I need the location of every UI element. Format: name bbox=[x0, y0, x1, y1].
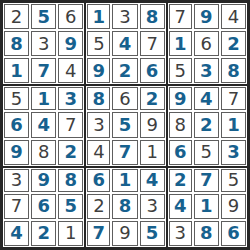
cell-r7c3[interactable]: 8 bbox=[57, 166, 84, 193]
entry-digit: 8 bbox=[87, 87, 110, 110]
entry-digit: 1 bbox=[194, 194, 219, 219]
given-digit: 6 bbox=[194, 31, 219, 56]
entry-digit: 3 bbox=[194, 58, 219, 83]
cell-r8c3[interactable]: 5 bbox=[57, 193, 84, 220]
cell-r9c7[interactable]: 3 bbox=[166, 220, 193, 247]
cell-r2c1[interactable]: 8 bbox=[3, 30, 30, 57]
cell-r6c6[interactable]: 1 bbox=[139, 139, 166, 166]
given-digit: 2 bbox=[87, 194, 110, 219]
cell-r3c3[interactable]: 4 bbox=[57, 57, 84, 84]
cell-r3c5[interactable]: 2 bbox=[111, 57, 138, 84]
cell-r7c9[interactable]: 5 bbox=[220, 166, 247, 193]
cell-r8c5[interactable]: 8 bbox=[111, 193, 138, 220]
cell-r6c2[interactable]: 8 bbox=[30, 139, 57, 166]
cell-r1c1[interactable]: 2 bbox=[3, 3, 30, 30]
cell-r9c6[interactable]: 5 bbox=[139, 220, 166, 247]
entry-digit: 1 bbox=[221, 112, 246, 137]
given-digit: 5 bbox=[194, 140, 219, 165]
entry-digit: 8 bbox=[112, 194, 137, 219]
cell-r9c3[interactable]: 1 bbox=[57, 220, 84, 247]
entry-digit: 6 bbox=[31, 194, 56, 219]
entry-digit: 3 bbox=[58, 87, 83, 110]
entry-digit: 6 bbox=[87, 169, 110, 192]
cell-r4c6[interactable]: 2 bbox=[139, 84, 166, 111]
cell-r6c1[interactable]: 9 bbox=[3, 139, 30, 166]
cell-r2c5[interactable]: 4 bbox=[111, 30, 138, 57]
cell-r1c4[interactable]: 1 bbox=[84, 3, 111, 30]
cell-r3c2[interactable]: 7 bbox=[30, 57, 57, 84]
given-digit: 3 bbox=[4, 169, 29, 192]
entry-digit: 4 bbox=[31, 112, 56, 137]
entry-digit: 4 bbox=[112, 31, 137, 56]
cell-r4c7[interactable]: 9 bbox=[166, 84, 193, 111]
cell-r3c4[interactable]: 9 bbox=[84, 57, 111, 84]
cell-r4c9[interactable]: 7 bbox=[220, 84, 247, 111]
given-digit: 8 bbox=[31, 140, 56, 165]
cell-r6c4[interactable]: 4 bbox=[84, 139, 111, 166]
entry-digit: 2 bbox=[221, 31, 246, 56]
cell-r5c3[interactable]: 7 bbox=[57, 111, 84, 138]
cell-r3c7[interactable]: 5 bbox=[166, 57, 193, 84]
cell-r6c8[interactable]: 5 bbox=[193, 139, 220, 166]
cell-r1c3[interactable]: 6 bbox=[57, 3, 84, 30]
given-digit: 9 bbox=[140, 112, 165, 137]
cell-r6c9[interactable]: 3 bbox=[220, 139, 247, 166]
cell-r5c7[interactable]: 8 bbox=[166, 111, 193, 138]
cell-r5c5[interactable]: 5 bbox=[111, 111, 138, 138]
cell-r4c4[interactable]: 8 bbox=[84, 84, 111, 111]
cell-r4c1[interactable]: 5 bbox=[3, 84, 30, 111]
entry-digit: 8 bbox=[221, 58, 246, 83]
cell-r1c6[interactable]: 8 bbox=[139, 3, 166, 30]
cell-r6c7[interactable]: 6 bbox=[166, 139, 193, 166]
cell-r3c9[interactable]: 8 bbox=[220, 57, 247, 84]
given-digit: 4 bbox=[87, 140, 110, 165]
entry-digit: 7 bbox=[194, 169, 219, 192]
cell-r8c2[interactable]: 6 bbox=[30, 193, 57, 220]
given-digit: 7 bbox=[221, 87, 246, 110]
cell-r8c8[interactable]: 1 bbox=[193, 193, 220, 220]
cell-r9c8[interactable]: 8 bbox=[193, 220, 220, 247]
cell-r3c1[interactable]: 1 bbox=[3, 57, 30, 84]
cell-r1c8[interactable]: 9 bbox=[193, 3, 220, 30]
cell-r9c1[interactable]: 4 bbox=[3, 220, 30, 247]
cell-r7c7[interactable]: 2 bbox=[166, 166, 193, 193]
entry-digit: 9 bbox=[31, 169, 56, 192]
entry-digit: 6 bbox=[221, 221, 246, 246]
cell-r2c6[interactable]: 7 bbox=[139, 30, 166, 57]
cell-r2c9[interactable]: 2 bbox=[220, 30, 247, 57]
entry-digit: 2 bbox=[194, 112, 219, 137]
entry-digit: 1 bbox=[112, 169, 137, 192]
entry-digit: 1 bbox=[31, 87, 56, 110]
entry-digit: 4 bbox=[194, 87, 219, 110]
given-digit: 7 bbox=[58, 112, 83, 137]
entry-digit: 4 bbox=[169, 194, 192, 219]
cell-r5c4[interactable]: 3 bbox=[84, 111, 111, 138]
cell-r9c4[interactable]: 7 bbox=[84, 220, 111, 247]
given-digit: 5 bbox=[4, 87, 29, 110]
cell-r7c1[interactable]: 3 bbox=[3, 166, 30, 193]
cell-r7c2[interactable]: 9 bbox=[30, 166, 57, 193]
given-digit: 3 bbox=[112, 4, 137, 29]
entry-digit: 5 bbox=[58, 194, 83, 219]
entry-digit: 1 bbox=[169, 31, 192, 56]
cell-r5c2[interactable]: 4 bbox=[30, 111, 57, 138]
entry-digit: 8 bbox=[58, 169, 83, 192]
cell-r2c7[interactable]: 1 bbox=[166, 30, 193, 57]
entry-digit: 6 bbox=[140, 58, 165, 83]
cell-r7c6[interactable]: 4 bbox=[139, 166, 166, 193]
entry-digit: 1 bbox=[4, 58, 29, 83]
cell-r2c2[interactable]: 3 bbox=[30, 30, 57, 57]
cell-r6c5[interactable]: 7 bbox=[111, 139, 138, 166]
entry-digit: 8 bbox=[4, 31, 29, 56]
entry-digit: 9 bbox=[4, 140, 29, 165]
entry-digit: 6 bbox=[4, 112, 29, 137]
given-digit: 4 bbox=[221, 4, 246, 29]
entry-digit: 6 bbox=[169, 140, 192, 165]
given-digit: 3 bbox=[31, 31, 56, 56]
cell-r8c6[interactable]: 3 bbox=[139, 193, 166, 220]
entry-digit: 7 bbox=[31, 58, 56, 83]
cell-r2c8[interactable]: 6 bbox=[193, 30, 220, 57]
cell-r1c5[interactable]: 3 bbox=[111, 3, 138, 30]
cell-r4c3[interactable]: 3 bbox=[57, 84, 84, 111]
entry-digit: 5 bbox=[140, 221, 165, 246]
cell-r8c7[interactable]: 4 bbox=[166, 193, 193, 220]
cell-r5c9[interactable]: 1 bbox=[220, 111, 247, 138]
entry-digit: 2 bbox=[31, 221, 56, 246]
entry-digit: 9 bbox=[87, 58, 110, 83]
cell-r4c5[interactable]: 6 bbox=[111, 84, 138, 111]
cell-r3c8[interactable]: 3 bbox=[193, 57, 220, 84]
cell-r6c3[interactable]: 2 bbox=[57, 139, 84, 166]
entry-digit: 1 bbox=[87, 4, 110, 29]
entry-digit: 8 bbox=[194, 221, 219, 246]
given-digit: 3 bbox=[87, 112, 110, 137]
cell-r2c3[interactable]: 9 bbox=[57, 30, 84, 57]
cell-r7c8[interactable]: 7 bbox=[193, 166, 220, 193]
cell-r4c2[interactable]: 1 bbox=[30, 84, 57, 111]
sudoku-board: 2561387948395471621749265385138629476473… bbox=[0, 0, 250, 250]
given-digit: 8 bbox=[169, 112, 192, 137]
given-digit: 5 bbox=[169, 58, 192, 83]
entry-digit: 3 bbox=[221, 140, 246, 165]
cell-r9c9[interactable]: 6 bbox=[220, 220, 247, 247]
cell-r9c2[interactable]: 2 bbox=[30, 220, 57, 247]
entry-digit: 2 bbox=[112, 58, 137, 83]
cell-r8c1[interactable]: 7 bbox=[3, 193, 30, 220]
cell-r7c5[interactable]: 1 bbox=[111, 166, 138, 193]
cell-r1c2[interactable]: 5 bbox=[30, 3, 57, 30]
cell-r8c9[interactable]: 9 bbox=[220, 193, 247, 220]
cell-r4c8[interactable]: 4 bbox=[193, 84, 220, 111]
given-digit: 1 bbox=[58, 221, 83, 246]
given-digit: 7 bbox=[140, 31, 165, 56]
given-digit: 2 bbox=[4, 4, 29, 29]
given-digit: 9 bbox=[112, 221, 137, 246]
entry-digit: 4 bbox=[140, 169, 165, 192]
cell-r5c1[interactable]: 6 bbox=[3, 111, 30, 138]
cell-r2c4[interactable]: 5 bbox=[84, 30, 111, 57]
entry-digit: 5 bbox=[112, 112, 137, 137]
cell-r1c9[interactable]: 4 bbox=[220, 3, 247, 30]
entry-digit: 5 bbox=[31, 4, 56, 29]
cell-r5c8[interactable]: 2 bbox=[193, 111, 220, 138]
given-digit: 6 bbox=[58, 4, 83, 29]
cell-r8c4[interactable]: 2 bbox=[84, 193, 111, 220]
given-digit: 3 bbox=[140, 194, 165, 219]
given-digit: 7 bbox=[4, 194, 29, 219]
entry-digit: 7 bbox=[87, 221, 110, 246]
entry-digit: 2 bbox=[140, 87, 165, 110]
entry-digit: 8 bbox=[140, 4, 165, 29]
given-digit: 4 bbox=[58, 58, 83, 83]
given-digit: 3 bbox=[169, 221, 192, 246]
entry-digit: 9 bbox=[194, 4, 219, 29]
cell-r1c7[interactable]: 7 bbox=[166, 3, 193, 30]
cell-r7c4[interactable]: 6 bbox=[84, 166, 111, 193]
cell-r5c6[interactable]: 9 bbox=[139, 111, 166, 138]
entry-digit: 4 bbox=[4, 221, 29, 246]
given-digit: 1 bbox=[140, 140, 165, 165]
given-digit: 7 bbox=[169, 4, 192, 29]
given-digit: 5 bbox=[221, 169, 246, 192]
entry-digit: 2 bbox=[58, 140, 83, 165]
given-digit: 6 bbox=[112, 87, 137, 110]
entry-digit: 7 bbox=[112, 140, 137, 165]
cell-r9c5[interactable]: 9 bbox=[111, 220, 138, 247]
cell-r3c6[interactable]: 6 bbox=[139, 57, 166, 84]
given-digit: 5 bbox=[87, 31, 110, 56]
given-digit: 9 bbox=[221, 194, 246, 219]
entry-digit: 9 bbox=[58, 31, 83, 56]
entry-digit: 9 bbox=[169, 87, 192, 110]
entry-digit: 2 bbox=[169, 169, 192, 192]
